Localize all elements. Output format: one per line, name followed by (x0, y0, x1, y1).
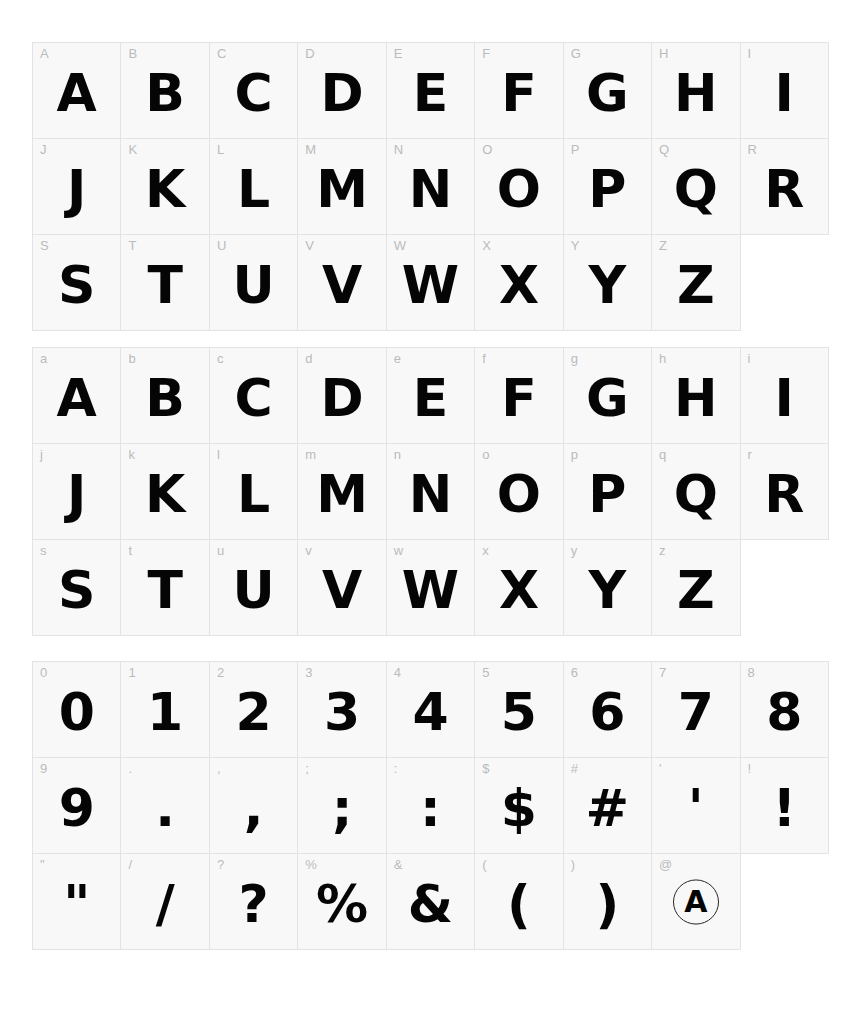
cell-label: i (748, 351, 751, 367)
cell-glyph: J (67, 159, 86, 214)
cell-label: x (482, 543, 489, 559)
glyph-cell: cC (210, 348, 298, 444)
glyph-cell: TT (121, 235, 209, 331)
cell-glyph: K (145, 464, 185, 519)
glyph-row: AABBCCDDEEFFGGHHII (33, 43, 829, 139)
glyph-section-lowercase: aAbBcCdDeEfFgGhHiIjJkKlLmMnNoOpPqQrRsStT… (32, 347, 829, 636)
glyph-cell: rR (741, 444, 829, 540)
cell-label: Y (571, 238, 580, 254)
cell-label: @ (659, 857, 672, 873)
glyph-cell: LL (210, 139, 298, 235)
cell-label: Z (659, 238, 667, 254)
cell-glyph: Y (589, 255, 627, 310)
glyph-cell: MM (298, 139, 386, 235)
glyph-cell: fF (475, 348, 563, 444)
glyph-cell: 00 (33, 662, 121, 758)
cell-label: z (659, 543, 666, 559)
cell-glyph: ? (239, 874, 269, 929)
cell-label: 4 (394, 665, 401, 681)
cell-glyph: 3 (324, 682, 360, 737)
cell-label: , (217, 761, 221, 777)
glyph-cell: 55 (475, 662, 563, 758)
glyph-cell: $$ (475, 758, 563, 854)
cell-glyph: I (775, 63, 794, 118)
cell-label: ; (305, 761, 309, 777)
cell-glyph: O (497, 464, 541, 519)
cell-label: 2 (217, 665, 224, 681)
glyph-cell: zZ (652, 540, 740, 636)
cell-label: l (217, 447, 220, 463)
cell-label: y (571, 543, 578, 559)
cell-glyph: P (588, 159, 626, 214)
cell-glyph: % (316, 874, 368, 929)
glyph-cell: oO (475, 444, 563, 540)
cell-glyph: 6 (589, 682, 625, 737)
cell-glyph: G (586, 63, 629, 118)
glyph-row: sStTuUvVwWxXyYzZ (33, 540, 741, 636)
glyph-section-digits-punctuation: 00112233445566778899..,,;;::$$##''!!""//… (32, 661, 829, 950)
cell-glyph: S (58, 255, 95, 310)
glyph-cell: wW (387, 540, 475, 636)
cell-label: O (482, 142, 492, 158)
cell-glyph: V (322, 255, 362, 310)
cell-label: F (482, 46, 490, 62)
cell-glyph: L (237, 464, 270, 519)
cell-label: 3 (305, 665, 312, 681)
glyph-cell: yY (564, 540, 652, 636)
glyph-cell: pP (564, 444, 652, 540)
cell-glyph: R (764, 159, 804, 214)
cell-label: # (571, 761, 578, 777)
glyph-cell: II (741, 43, 829, 139)
glyph-cell: mM (298, 444, 386, 540)
cell-glyph: ' (688, 778, 704, 833)
cell-glyph: V (322, 560, 362, 615)
cell-label: C (217, 46, 227, 62)
cell-label: Q (659, 142, 669, 158)
cell-glyph: B (145, 368, 185, 423)
glyph-cell: .. (121, 758, 209, 854)
cell-label: g (571, 351, 578, 367)
cell-glyph: I (775, 368, 794, 423)
cell-glyph: : (420, 778, 441, 833)
cell-label: w (394, 543, 404, 559)
cell-label: J (40, 142, 47, 158)
glyph-cell: lL (210, 444, 298, 540)
cell-label: n (394, 447, 401, 463)
cell-label: D (305, 46, 315, 62)
cell-glyph: Z (677, 255, 715, 310)
cell-label: p (571, 447, 578, 463)
cell-glyph: E (413, 63, 449, 118)
cell-label: v (305, 543, 312, 559)
cell-label: 5 (482, 665, 489, 681)
cell-glyph: , (244, 778, 264, 833)
cell-label: U (217, 238, 227, 254)
glyph-cell: DD (298, 43, 386, 139)
cell-label: E (394, 46, 403, 62)
cell-glyph: # (586, 778, 630, 833)
cell-label: . (128, 761, 132, 777)
cell-glyph: M (316, 159, 368, 214)
cell-glyph: M (316, 464, 368, 519)
cell-label: T (128, 238, 136, 254)
glyph-cell: QQ (652, 139, 740, 235)
cell-label: A (40, 46, 49, 62)
cell-glyph: C (235, 63, 273, 118)
cell-label: b (128, 351, 135, 367)
font-specimen-sheet: AABBCCDDEEFFGGHHIIJJKKLLMMNNOOPPQQRRSSTT… (0, 0, 860, 1019)
glyph-cell: ,, (210, 758, 298, 854)
glyph-cell: ZZ (652, 235, 740, 331)
cell-glyph: F (501, 63, 537, 118)
glyph-cell: gG (564, 348, 652, 444)
cell-glyph: J (67, 464, 86, 519)
glyph-cell: UU (210, 235, 298, 331)
glyph-cell: bB (121, 348, 209, 444)
cell-glyph: R (764, 464, 804, 519)
cell-glyph: Y (589, 560, 627, 615)
cell-label: M (305, 142, 316, 158)
glyph-cell: @A (652, 854, 740, 950)
glyph-cell: xX (475, 540, 563, 636)
cell-label: ' (659, 761, 662, 777)
cell-label: t (128, 543, 132, 559)
cell-glyph: 7 (678, 682, 714, 737)
glyph-cell: 99 (33, 758, 121, 854)
glyph-row: JJKKLLMMNNOOPPQQRR (33, 139, 829, 235)
glyph-cell: 88 (741, 662, 829, 758)
cell-glyph: Z (677, 560, 715, 615)
cell-glyph: A (57, 368, 97, 423)
cell-glyph: W (402, 560, 459, 615)
circled-a-glyph: A (673, 879, 719, 924)
cell-label: K (128, 142, 137, 158)
cell-glyph: & (408, 874, 453, 929)
glyph-cell: 77 (652, 662, 740, 758)
glyph-cell: 22 (210, 662, 298, 758)
glyph-cell: EE (387, 43, 475, 139)
glyph-cell: :: (387, 758, 475, 854)
cell-label: V (305, 238, 314, 254)
glyph-row: jJkKlLmMnNoOpPqQrR (33, 444, 829, 540)
cell-label: G (571, 46, 581, 62)
glyph-row: 001122334455667788 (33, 662, 829, 758)
cell-glyph: H (674, 368, 718, 423)
cell-glyph: 0 (59, 682, 95, 737)
glyph-cell: kK (121, 444, 209, 540)
cell-label: c (217, 351, 224, 367)
cell-glyph: " (63, 874, 90, 929)
cell-glyph: H (674, 63, 718, 118)
glyph-section-uppercase: AABBCCDDEEFFGGHHIIJJKKLLMMNNOOPPQQRRSSTT… (32, 42, 829, 331)
cell-label: L (217, 142, 224, 158)
cell-label: " (40, 857, 45, 873)
cell-label: H (659, 46, 669, 62)
cell-glyph: K (145, 159, 185, 214)
cell-glyph: C (235, 368, 273, 423)
glyph-row: ""//??%%&&(())@A (33, 854, 741, 950)
glyph-cell: KK (121, 139, 209, 235)
glyph-cell: GG (564, 43, 652, 139)
cell-glyph: G (586, 368, 629, 423)
cell-label: R (748, 142, 758, 158)
glyph-cell: RR (741, 139, 829, 235)
cell-label: d (305, 351, 312, 367)
cell-label: 7 (659, 665, 666, 681)
glyph-cell: ## (564, 758, 652, 854)
glyph-row: aAbBcCdDeEfFgGhHiI (33, 348, 829, 444)
cell-glyph: Q (674, 159, 718, 214)
cell-glyph: D (320, 63, 363, 118)
cell-label: & (394, 857, 403, 873)
cell-label: s (40, 543, 47, 559)
glyph-cell: iI (741, 348, 829, 444)
cell-label: r (748, 447, 753, 463)
glyph-cell: vV (298, 540, 386, 636)
glyph-cell: '' (652, 758, 740, 854)
cell-glyph: X (499, 560, 539, 615)
glyph-cell: NN (387, 139, 475, 235)
cell-glyph: . (155, 778, 175, 833)
cell-glyph: 9 (59, 778, 95, 833)
cell-label: ) (571, 857, 576, 873)
cell-label: N (394, 142, 404, 158)
cell-glyph: X (499, 255, 539, 310)
cell-label: o (482, 447, 489, 463)
glyph-cell: 44 (387, 662, 475, 758)
cell-label: k (128, 447, 135, 463)
cell-glyph: S (58, 560, 95, 615)
cell-label: u (217, 543, 224, 559)
glyph-cell: WW (387, 235, 475, 331)
cell-glyph: Q (674, 464, 718, 519)
glyph-cell: %% (298, 854, 386, 950)
cell-glyph: ) (595, 874, 619, 929)
glyph-cell: BB (121, 43, 209, 139)
cell-label: 0 (40, 665, 47, 681)
glyph-cell: XX (475, 235, 563, 331)
glyph-cell: !! (741, 758, 829, 854)
glyph-cell: dD (298, 348, 386, 444)
glyph-cell: )) (564, 854, 652, 950)
glyph-cell: tT (121, 540, 209, 636)
cell-glyph: 1 (147, 682, 183, 737)
glyph-cell: 66 (564, 662, 652, 758)
cell-glyph: O (497, 159, 541, 214)
cell-label: e (394, 351, 401, 367)
cell-label: : (394, 761, 398, 777)
cell-label: q (659, 447, 666, 463)
glyph-cell: sS (33, 540, 121, 636)
cell-label: ( (482, 857, 487, 873)
cell-glyph: D (320, 368, 363, 423)
cell-glyph: L (237, 159, 270, 214)
glyph-cell: // (121, 854, 209, 950)
glyph-cell: 11 (121, 662, 209, 758)
cell-label: / (128, 857, 132, 873)
cell-glyph: / (156, 874, 175, 929)
glyph-cell: JJ (33, 139, 121, 235)
glyph-cell: 33 (298, 662, 386, 758)
cell-glyph: W (402, 255, 459, 310)
cell-label: ! (748, 761, 752, 777)
cell-label: B (128, 46, 137, 62)
cell-glyph: 2 (236, 682, 272, 737)
cell-label: a (40, 351, 47, 367)
cell-label: % (305, 857, 317, 873)
cell-glyph: ; (332, 778, 353, 833)
glyph-cell: CC (210, 43, 298, 139)
cell-glyph: 5 (501, 682, 537, 737)
glyph-row: 99..,,;;::$$##''!! (33, 758, 829, 854)
cell-glyph: P (588, 464, 626, 519)
glyph-cell: && (387, 854, 475, 950)
glyph-cell: hH (652, 348, 740, 444)
cell-glyph: U (232, 255, 274, 310)
glyph-cell: qQ (652, 444, 740, 540)
cell-glyph: A (57, 63, 97, 118)
cell-label: j (40, 447, 43, 463)
cell-glyph: F (501, 368, 537, 423)
glyph-cell: uU (210, 540, 298, 636)
glyph-cell: nN (387, 444, 475, 540)
glyph-cell: SS (33, 235, 121, 331)
glyph-cell: HH (652, 43, 740, 139)
cell-glyph: 4 (412, 682, 448, 737)
glyph-cell: ?? (210, 854, 298, 950)
glyph-cell: ;; (298, 758, 386, 854)
cell-label: f (482, 351, 486, 367)
glyph-cell: "" (33, 854, 121, 950)
cell-glyph: N (409, 464, 453, 519)
glyph-cell: VV (298, 235, 386, 331)
cell-glyph: ( (507, 874, 531, 929)
cell-label: 6 (571, 665, 578, 681)
glyph-cell: aA (33, 348, 121, 444)
cell-label: X (482, 238, 491, 254)
cell-glyph: $ (501, 778, 537, 833)
cell-label: I (748, 46, 752, 62)
glyph-row: SSTTUUVVWWXXYYZZ (33, 235, 741, 331)
glyph-cell: (( (475, 854, 563, 950)
cell-glyph: T (147, 560, 182, 615)
cell-label: W (394, 238, 406, 254)
cell-label: S (40, 238, 49, 254)
cell-label: 1 (128, 665, 135, 681)
glyph-cell: FF (475, 43, 563, 139)
glyph-cell: jJ (33, 444, 121, 540)
cell-label: m (305, 447, 316, 463)
cell-label: $ (482, 761, 489, 777)
glyph-cell: AA (33, 43, 121, 139)
cell-glyph: B (145, 63, 185, 118)
glyph-cell: OO (475, 139, 563, 235)
cell-label: ? (217, 857, 224, 873)
glyph-cell: PP (564, 139, 652, 235)
cell-label: 9 (40, 761, 47, 777)
cell-glyph: ! (772, 778, 796, 833)
cell-glyph: 8 (766, 682, 802, 737)
cell-label: 8 (748, 665, 755, 681)
cell-glyph: T (147, 255, 182, 310)
glyph-cell: YY (564, 235, 652, 331)
cell-label: P (571, 142, 580, 158)
cell-glyph: E (413, 368, 449, 423)
cell-glyph: N (409, 159, 453, 214)
glyph-cell: eE (387, 348, 475, 444)
cell-glyph: U (232, 560, 274, 615)
cell-label: h (659, 351, 666, 367)
